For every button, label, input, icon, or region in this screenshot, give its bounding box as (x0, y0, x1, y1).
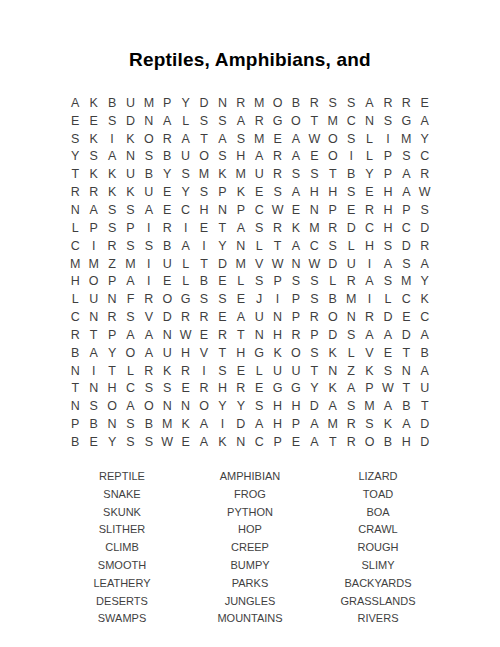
grid-cell-r5c9: K (213, 165, 231, 183)
grid-cell-r3c10: S (232, 130, 250, 148)
grid-cell-r16c7: R (176, 362, 194, 380)
grid-cell-r20c20: D (416, 433, 434, 451)
grid-cell-r14c17: A (360, 326, 378, 344)
grid-cell-r12c4: F (121, 290, 139, 308)
word-item: PYTHON (186, 504, 314, 522)
grid-cell-r17c2: N (84, 380, 102, 398)
grid-cell-r7c16: E (342, 201, 360, 219)
word-item: GRASSLANDS (314, 593, 442, 611)
grid-cell-r12c13: P (287, 290, 305, 308)
grid-cell-r18c9: Y (213, 397, 231, 415)
letter-grid: AKBUMPYDNRMOBRSSARREEESDNALSSARGOTMCNSGA… (66, 94, 434, 451)
grid-cell-r2c13: O (287, 112, 305, 130)
grid-cell-r10c13: N (287, 255, 305, 273)
grid-cell-r12c18: L (379, 290, 397, 308)
grid-cell-r8c13: K (287, 219, 305, 237)
grid-cell-r15c1: B (66, 344, 84, 362)
grid-cell-r2c15: M (324, 112, 342, 130)
grid-cell-r19c14: A (305, 415, 323, 433)
grid-cell-r20c19: H (397, 433, 415, 451)
grid-cell-r12c10: E (232, 290, 250, 308)
grid-cell-r17c8: R (195, 380, 213, 398)
grid-cell-r10c5: I (140, 255, 158, 273)
grid-cell-r9c12: T (268, 237, 286, 255)
grid-cell-r17c15: K (324, 380, 342, 398)
grid-cell-r16c17: K (360, 362, 378, 380)
grid-cell-r2c2: E (84, 112, 102, 130)
grid-cell-r18c19: B (397, 397, 415, 415)
word-item: AMPHIBIAN (186, 468, 314, 486)
grid-cell-r16c9: S (213, 362, 231, 380)
grid-cell-r15c5: A (140, 344, 158, 362)
grid-cell-r14c19: D (397, 326, 415, 344)
grid-cell-r1c5: M (140, 94, 158, 112)
grid-cell-r2c5: N (140, 112, 158, 130)
grid-cell-r9c8: I (195, 237, 213, 255)
grid-cell-r16c4: L (121, 362, 139, 380)
grid-cell-r18c2: S (84, 397, 102, 415)
word-item: SMOOTH (58, 557, 186, 575)
grid-cell-r1c1: A (66, 94, 84, 112)
grid-cell-r19c19: A (397, 415, 415, 433)
word-item: BOA (314, 504, 442, 522)
word-item: MOUNTAINS (186, 610, 314, 628)
grid-cell-r5c10: M (232, 165, 250, 183)
grid-cell-r13c19: E (397, 308, 415, 326)
grid-cell-r20c10: N (232, 433, 250, 451)
grid-cell-r15c8: V (195, 344, 213, 362)
grid-cell-r4c13: A (287, 148, 305, 166)
grid-cell-r13c6: D (158, 308, 176, 326)
grid-cell-r9c19: D (397, 237, 415, 255)
grid-cell-r1c17: A (360, 94, 378, 112)
grid-cell-r13c16: N (342, 308, 360, 326)
grid-cell-r3c2: K (84, 130, 102, 148)
word-list-column-2: AMPHIBIANFROGPYTHONHOPCREEPBUMPYPARKSJUN… (186, 468, 314, 628)
grid-cell-r9c6: B (158, 237, 176, 255)
grid-cell-r16c14: T (305, 362, 323, 380)
grid-cell-r8c9: T (213, 219, 231, 237)
grid-cell-r6c7: Y (176, 183, 194, 201)
grid-cell-r4c16: I (342, 148, 360, 166)
word-item: ROUGH (314, 539, 442, 557)
grid-cell-r7c1: N (66, 201, 84, 219)
grid-cell-r20c17: O (360, 433, 378, 451)
grid-cell-r19c3: N (103, 415, 121, 433)
grid-cell-r11c9: E (213, 272, 231, 290)
grid-cell-r6c2: R (84, 183, 102, 201)
grid-cell-r10c9: D (213, 255, 231, 273)
grid-cell-r11c10: L (232, 272, 250, 290)
grid-cell-r6c1: R (66, 183, 84, 201)
grid-cell-r7c15: P (324, 201, 342, 219)
grid-cell-r15c9: T (213, 344, 231, 362)
word-item: BACKYARDS (314, 575, 442, 593)
grid-cell-r8c12: R (268, 219, 286, 237)
grid-cell-r15c15: K (324, 344, 342, 362)
grid-cell-r11c5: I (140, 272, 158, 290)
grid-cell-r17c16: A (342, 380, 360, 398)
word-item: LIZARD (314, 468, 442, 486)
grid-cell-r10c2: M (84, 255, 102, 273)
grid-cell-r5c5: B (140, 165, 158, 183)
grid-cell-r12c19: C (397, 290, 415, 308)
grid-cell-r6c6: E (158, 183, 176, 201)
grid-cell-r20c8: A (195, 433, 213, 451)
grid-cell-r11c4: A (121, 272, 139, 290)
grid-cell-r7c7: C (176, 201, 194, 219)
grid-cell-r4c5: S (140, 148, 158, 166)
grid-cell-r8c19: C (397, 219, 415, 237)
grid-cell-r4c9: S (213, 148, 231, 166)
grid-cell-r1c2: K (84, 94, 102, 112)
grid-cell-r9c9: Y (213, 237, 231, 255)
grid-cell-r1c20: E (416, 94, 434, 112)
grid-cell-r12c15: B (324, 290, 342, 308)
grid-cell-r11c6: E (158, 272, 176, 290)
grid-cell-r15c10: H (232, 344, 250, 362)
grid-cell-r8c18: H (379, 219, 397, 237)
grid-cell-r17c10: R (232, 380, 250, 398)
grid-cell-r5c2: K (84, 165, 102, 183)
grid-cell-r16c10: E (232, 362, 250, 380)
grid-cell-r12c11: J (250, 290, 268, 308)
grid-cell-r3c12: E (268, 130, 286, 148)
grid-cell-r7c5: A (140, 201, 158, 219)
grid-cell-r12c14: S (305, 290, 323, 308)
word-item: SNAKE (58, 486, 186, 504)
grid-cell-r20c4: S (121, 433, 139, 451)
grid-cell-r18c6: N (158, 397, 176, 415)
grid-cell-r10c16: U (342, 255, 360, 273)
grid-cell-r2c10: A (232, 112, 250, 130)
grid-cell-r19c11: A (250, 415, 268, 433)
grid-cell-r15c2: A (84, 344, 102, 362)
grid-cell-r3c9: A (213, 130, 231, 148)
grid-cell-r20c1: B (66, 433, 84, 451)
grid-cell-r1c10: R (232, 94, 250, 112)
grid-cell-r20c3: Y (103, 433, 121, 451)
grid-cell-r19c10: D (232, 415, 250, 433)
grid-cell-r4c1: Y (66, 148, 84, 166)
grid-cell-r10c15: D (324, 255, 342, 273)
grid-cell-r18c3: O (103, 397, 121, 415)
grid-cell-r15c18: E (379, 344, 397, 362)
grid-cell-r1c4: U (121, 94, 139, 112)
grid-cell-r12c16: M (342, 290, 360, 308)
word-search-page: Reptiles, Amphibians, and AKBUMPYDNRMOBR… (0, 0, 500, 647)
grid-cell-r17c17: P (360, 380, 378, 398)
grid-cell-r17c3: H (103, 380, 121, 398)
grid-cell-r17c13: G (287, 380, 305, 398)
grid-cell-r2c1: E (66, 112, 84, 130)
grid-cell-r2c4: D (121, 112, 139, 130)
grid-cell-r11c17: A (360, 272, 378, 290)
grid-cell-r4c19: S (397, 148, 415, 166)
grid-cell-r16c6: K (158, 362, 176, 380)
grid-cell-r8c1: L (66, 219, 84, 237)
grid-cell-r7c11: C (250, 201, 268, 219)
grid-cell-r5c13: S (287, 165, 305, 183)
grid-cell-r8c20: D (416, 219, 434, 237)
grid-cell-r3c4: K (121, 130, 139, 148)
grid-cell-r6c17: E (360, 183, 378, 201)
grid-cell-r9c10: N (232, 237, 250, 255)
grid-cell-r4c3: A (103, 148, 121, 166)
grid-cell-r1c14: R (305, 94, 323, 112)
grid-cell-r18c17: M (360, 397, 378, 415)
grid-cell-r10c20: A (416, 255, 434, 273)
word-item: TOAD (314, 486, 442, 504)
grid-cell-r7c14: N (305, 201, 323, 219)
grid-cell-r9c20: R (416, 237, 434, 255)
grid-cell-r13c9: E (213, 308, 231, 326)
grid-cell-r7c12: W (268, 201, 286, 219)
grid-cell-r11c18: S (379, 272, 397, 290)
grid-cell-r3c17: L (360, 130, 378, 148)
grid-cell-r19c15: M (324, 415, 342, 433)
grid-cell-r16c20: A (416, 362, 434, 380)
grid-cell-r10c12: W (268, 255, 286, 273)
grid-cell-r10c6: U (158, 255, 176, 273)
grid-cell-r9c11: L (250, 237, 268, 255)
grid-cell-r6c16: S (342, 183, 360, 201)
grid-cell-r11c20: Y (416, 272, 434, 290)
grid-cell-r6c4: K (121, 183, 139, 201)
grid-cell-r6c3: K (103, 183, 121, 201)
grid-cell-r8c15: R (324, 219, 342, 237)
grid-cell-r14c10: T (232, 326, 250, 344)
grid-cell-r13c17: R (360, 308, 378, 326)
grid-cell-r14c13: R (287, 326, 305, 344)
grid-cell-r1c9: N (213, 94, 231, 112)
grid-cell-r19c17: S (360, 415, 378, 433)
grid-cell-r13c14: R (305, 308, 323, 326)
grid-cell-r17c9: H (213, 380, 231, 398)
grid-cell-r19c12: H (268, 415, 286, 433)
grid-cell-r18c13: H (287, 397, 305, 415)
grid-cell-r18c8: O (195, 397, 213, 415)
grid-cell-r11c1: H (66, 272, 84, 290)
grid-cell-r2c6: A (158, 112, 176, 130)
grid-cell-r1c13: B (287, 94, 305, 112)
grid-cell-r16c19: N (397, 362, 415, 380)
grid-cell-r18c20: T (416, 397, 434, 415)
grid-cell-r6c5: U (140, 183, 158, 201)
grid-cell-r14c14: P (305, 326, 323, 344)
grid-cell-r19c9: I (213, 415, 231, 433)
grid-cell-r6c10: K (232, 183, 250, 201)
grid-cell-r3c11: M (250, 130, 268, 148)
word-item: SLIMY (314, 557, 442, 575)
grid-cell-r18c7: N (176, 397, 194, 415)
grid-cell-r3c7: A (176, 130, 194, 148)
grid-cell-r13c5: V (140, 308, 158, 326)
grid-cell-r15c20: B (416, 344, 434, 362)
grid-cell-r13c13: P (287, 308, 305, 326)
grid-cell-r4c11: A (250, 148, 268, 166)
grid-cell-r15c14: S (305, 344, 323, 362)
grid-cell-r14c6: N (158, 326, 176, 344)
grid-cell-r6c12: S (268, 183, 286, 201)
grid-cell-r4c17: L (360, 148, 378, 166)
grid-cell-r5c6: Y (158, 165, 176, 183)
grid-cell-r20c12: P (268, 433, 286, 451)
grid-cell-r6c18: H (379, 183, 397, 201)
grid-cell-r5c17: Y (360, 165, 378, 183)
word-item: REPTILE (58, 468, 186, 486)
grid-cell-r1c6: P (158, 94, 176, 112)
grid-cell-r2c18: S (379, 112, 397, 130)
grid-cell-r14c18: A (379, 326, 397, 344)
grid-cell-r14c8: E (195, 326, 213, 344)
grid-cell-r13c2: N (84, 308, 102, 326)
grid-cell-r18c14: D (305, 397, 323, 415)
grid-cell-r11c8: B (195, 272, 213, 290)
grid-cell-r1c7: Y (176, 94, 194, 112)
grid-cell-r10c10: M (232, 255, 250, 273)
word-item: HOP (186, 521, 314, 539)
grid-cell-r18c10: Y (232, 397, 250, 415)
grid-cell-r9c17: H (360, 237, 378, 255)
grid-cell-r13c15: O (324, 308, 342, 326)
grid-cell-r6c14: H (305, 183, 323, 201)
grid-cell-r6c11: E (250, 183, 268, 201)
grid-cell-r20c14: A (305, 433, 323, 451)
grid-cell-r16c3: T (103, 362, 121, 380)
grid-cell-r13c18: D (379, 308, 397, 326)
grid-cell-r17c14: Y (305, 380, 323, 398)
grid-cell-r1c8: D (195, 94, 213, 112)
grid-cell-r11c7: L (176, 272, 194, 290)
grid-cell-r16c15: N (324, 362, 342, 380)
grid-cell-r18c5: O (140, 397, 158, 415)
word-item: BUMPY (186, 557, 314, 575)
grid-cell-r11c11: S (250, 272, 268, 290)
grid-cell-r19c2: B (84, 415, 102, 433)
grid-cell-r19c16: R (342, 415, 360, 433)
grid-cell-r20c11: C (250, 433, 268, 451)
grid-cell-r8c8: E (195, 219, 213, 237)
grid-cell-r7c10: P (232, 201, 250, 219)
grid-cell-r13c12: N (268, 308, 286, 326)
grid-cell-r9c4: S (121, 237, 139, 255)
grid-cell-r3c15: O (324, 130, 342, 148)
grid-cell-r18c16: S (342, 397, 360, 415)
grid-cell-r10c19: S (397, 255, 415, 273)
word-item: CRAWL (314, 521, 442, 539)
grid-cell-r9c3: R (103, 237, 121, 255)
grid-cell-r20c13: E (287, 433, 305, 451)
grid-cell-r20c15: T (324, 433, 342, 451)
grid-cell-r3c8: T (195, 130, 213, 148)
grid-cell-r1c11: M (250, 94, 268, 112)
grid-cell-r8c6: R (158, 219, 176, 237)
grid-cell-r12c3: N (103, 290, 121, 308)
grid-cell-r15c11: G (250, 344, 268, 362)
grid-cell-r3c13: A (287, 130, 305, 148)
grid-cell-r1c16: S (342, 94, 360, 112)
grid-cell-r19c4: S (121, 415, 139, 433)
grid-cell-r10c17: I (360, 255, 378, 273)
grid-cell-r9c1: C (66, 237, 84, 255)
grid-cell-r2c19: G (397, 112, 415, 130)
grid-cell-r8c4: P (121, 219, 139, 237)
word-list: REPTILESNAKESKUNKSLITHERCLIMBSMOOTHLEATH… (58, 468, 442, 628)
grid-cell-r3c14: W (305, 130, 323, 148)
grid-cell-r6c9: P (213, 183, 231, 201)
grid-cell-r9c15: S (324, 237, 342, 255)
word-list-column-1: REPTILESNAKESKUNKSLITHERCLIMBSMOOTHLEATH… (58, 468, 186, 628)
grid-cell-r14c9: R (213, 326, 231, 344)
grid-cell-r8c17: C (360, 219, 378, 237)
grid-cell-r13c7: R (176, 308, 194, 326)
grid-cell-r2c7: L (176, 112, 194, 130)
grid-cell-r19c18: K (379, 415, 397, 433)
grid-cell-r11c19: M (397, 272, 415, 290)
grid-cell-r8c14: M (305, 219, 323, 237)
grid-cell-r6c15: H (324, 183, 342, 201)
grid-cell-r12c17: I (360, 290, 378, 308)
word-item: DESERTS (58, 593, 186, 611)
grid-cell-r19c8: A (195, 415, 213, 433)
grid-cell-r5c18: P (379, 165, 397, 183)
grid-cell-r10c14: W (305, 255, 323, 273)
grid-cell-r11c13: S (287, 272, 305, 290)
grid-cell-r16c16: Z (342, 362, 360, 380)
grid-cell-r19c7: K (176, 415, 194, 433)
grid-cell-r4c20: C (416, 148, 434, 166)
grid-cell-r13c10: A (232, 308, 250, 326)
grid-cell-r14c7: W (176, 326, 194, 344)
grid-cell-r17c11: E (250, 380, 268, 398)
grid-cell-r11c2: O (84, 272, 102, 290)
grid-cell-r5c7: S (176, 165, 194, 183)
grid-cell-r15c3: Y (103, 344, 121, 362)
grid-cell-r14c5: A (140, 326, 158, 344)
grid-cell-r4c6: B (158, 148, 176, 166)
word-item: CREEP (186, 539, 314, 557)
grid-cell-r4c4: N (121, 148, 139, 166)
grid-cell-r20c18: B (379, 433, 397, 451)
grid-cell-r3c1: S (66, 130, 84, 148)
grid-cell-r20c5: S (140, 433, 158, 451)
grid-cell-r18c11: S (250, 397, 268, 415)
grid-cell-r10c18: A (379, 255, 397, 273)
grid-cell-r3c3: I (103, 130, 121, 148)
grid-cell-r5c19: A (397, 165, 415, 183)
grid-cell-r3c6: R (158, 130, 176, 148)
word-item: SKUNK (58, 504, 186, 522)
grid-cell-r7c3: S (103, 201, 121, 219)
grid-cell-r13c4: S (121, 308, 139, 326)
grid-cell-r14c1: R (66, 326, 84, 344)
grid-cell-r2c14: T (305, 112, 323, 130)
grid-cell-r12c6: O (158, 290, 176, 308)
grid-cell-r14c4: A (121, 326, 139, 344)
grid-cell-r10c8: T (195, 255, 213, 273)
word-list-column-3: LIZARDTOADBOACRAWLROUGHSLIMYBACKYARDSGRA… (314, 468, 442, 628)
grid-cell-r17c7: E (176, 380, 194, 398)
grid-cell-r4c18: P (379, 148, 397, 166)
grid-cell-r17c19: T (397, 380, 415, 398)
grid-cell-r20c16: R (342, 433, 360, 451)
grid-cell-r19c20: D (416, 415, 434, 433)
grid-cell-r17c20: U (416, 380, 434, 398)
grid-cell-r20c7: E (176, 433, 194, 451)
grid-cell-r15c12: K (268, 344, 286, 362)
grid-cell-r17c5: S (140, 380, 158, 398)
